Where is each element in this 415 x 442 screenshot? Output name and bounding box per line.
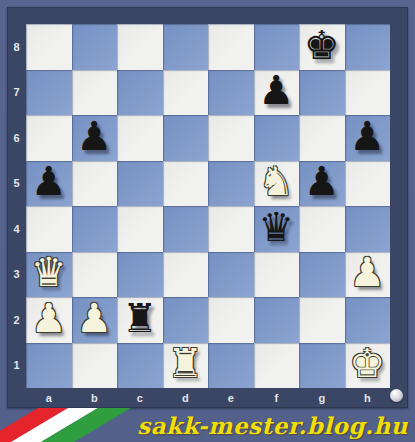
white-rook[interactable]: ♜ [167,343,203,383]
white-queen[interactable]: ♛ [31,252,67,292]
rank-label-1: 1 [7,343,26,389]
black-pawn[interactable]: ♟ [76,116,112,156]
file-label-d: d [163,389,209,407]
square-d1[interactable]: ♜ [163,343,209,389]
square-h4[interactable] [345,206,391,252]
rank-labels: 87654321 [7,24,26,388]
black-queen[interactable]: ♛ [258,207,294,247]
file-label-b: b [72,389,118,407]
chess-board: ♚♟♟♟♟♞♟♛♛♟♟♟♜♜♚ [26,24,390,388]
square-c5[interactable] [117,161,163,207]
black-king[interactable]: ♚ [304,25,340,65]
square-b1[interactable] [72,343,118,389]
square-d6[interactable] [163,115,209,161]
square-b6[interactable]: ♟ [72,115,118,161]
white-knight[interactable]: ♞ [258,161,294,201]
square-b4[interactable] [72,206,118,252]
square-f1[interactable] [254,343,300,389]
square-d5[interactable] [163,161,209,207]
square-b5[interactable] [72,161,118,207]
black-pawn[interactable]: ♟ [304,161,340,201]
square-d8[interactable] [163,24,209,70]
square-g5[interactable]: ♟ [299,161,345,207]
square-c7[interactable] [117,70,163,116]
square-a2[interactable]: ♟ [26,297,72,343]
rank-label-2: 2 [7,297,26,343]
square-c3[interactable] [117,252,163,298]
square-h2[interactable] [345,297,391,343]
square-c4[interactable] [117,206,163,252]
square-e4[interactable] [208,206,254,252]
square-g3[interactable] [299,252,345,298]
square-h7[interactable] [345,70,391,116]
square-g6[interactable] [299,115,345,161]
black-pawn[interactable]: ♟ [258,70,294,110]
square-g1[interactable] [299,343,345,389]
square-a5[interactable]: ♟ [26,161,72,207]
white-pawn[interactable]: ♟ [76,298,112,338]
square-f7[interactable]: ♟ [254,70,300,116]
square-e1[interactable] [208,343,254,389]
black-rook[interactable]: ♜ [122,298,158,338]
white-king[interactable]: ♚ [349,343,385,383]
rank-label-8: 8 [7,24,26,70]
square-b7[interactable] [72,70,118,116]
square-d3[interactable] [163,252,209,298]
square-f8[interactable] [254,24,300,70]
square-b3[interactable] [72,252,118,298]
black-pawn[interactable]: ♟ [31,161,67,201]
rank-label-5: 5 [7,161,26,207]
square-h1[interactable]: ♚ [345,343,391,389]
file-label-h: h [345,389,391,407]
white-pawn[interactable]: ♟ [349,252,385,292]
square-a8[interactable] [26,24,72,70]
square-f5[interactable]: ♞ [254,161,300,207]
square-f4[interactable]: ♛ [254,206,300,252]
file-label-f: f [254,389,300,407]
square-c2[interactable]: ♜ [117,297,163,343]
square-f3[interactable] [254,252,300,298]
square-c1[interactable] [117,343,163,389]
square-e5[interactable] [208,161,254,207]
file-label-g: g [299,389,345,407]
square-a4[interactable] [26,206,72,252]
square-g8[interactable]: ♚ [299,24,345,70]
white-to-move-indicator [390,389,403,402]
black-pawn[interactable]: ♟ [349,116,385,156]
square-h5[interactable] [345,161,391,207]
square-e6[interactable] [208,115,254,161]
file-label-e: e [208,389,254,407]
file-labels: abcdefgh [26,389,390,407]
square-g4[interactable] [299,206,345,252]
square-d2[interactable] [163,297,209,343]
square-d7[interactable] [163,70,209,116]
square-h3[interactable]: ♟ [345,252,391,298]
rank-label-7: 7 [7,70,26,116]
square-e8[interactable] [208,24,254,70]
square-h8[interactable] [345,24,391,70]
square-c6[interactable] [117,115,163,161]
square-a1[interactable] [26,343,72,389]
rank-label-4: 4 [7,206,26,252]
square-g7[interactable] [299,70,345,116]
white-pawn[interactable]: ♟ [31,298,67,338]
chess-diagram: 87654321 ♚♟♟♟♟♞♟♛♛♟♟♟♜♜♚ abcdefgh sakk-m… [0,0,415,442]
square-d4[interactable] [163,206,209,252]
square-e2[interactable] [208,297,254,343]
square-f2[interactable] [254,297,300,343]
square-a3[interactable]: ♛ [26,252,72,298]
square-e3[interactable] [208,252,254,298]
footer-banner: sakk-mester.blog.hu [0,408,415,442]
square-b2[interactable]: ♟ [72,297,118,343]
site-url-text: sakk-mester.blog.hu [137,409,408,441]
square-e7[interactable] [208,70,254,116]
square-c8[interactable] [117,24,163,70]
file-label-a: a [26,389,72,407]
file-label-c: c [117,389,163,407]
hungarian-flag-icon [0,408,160,442]
square-h6[interactable]: ♟ [345,115,391,161]
rank-label-6: 6 [7,115,26,161]
square-g2[interactable] [299,297,345,343]
square-a6[interactable] [26,115,72,161]
square-b8[interactable] [72,24,118,70]
square-f6[interactable] [254,115,300,161]
rank-label-3: 3 [7,252,26,298]
square-a7[interactable] [26,70,72,116]
